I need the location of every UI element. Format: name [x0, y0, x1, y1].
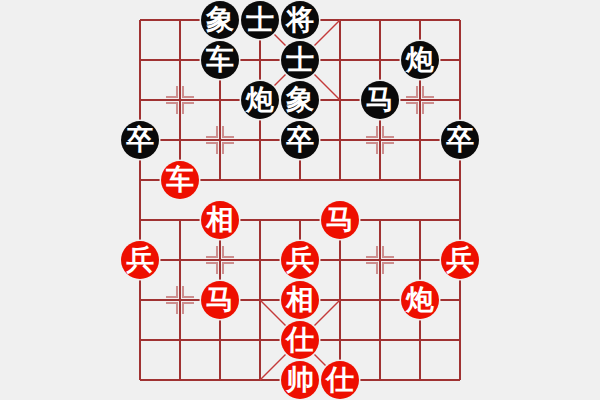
xiangqi-board: 象士将车士炮炮象马卒卒卒车相马兵兵兵马相炮仕帅仕: [0, 0, 600, 400]
piece-black-soldier[interactable]: 卒: [441, 121, 479, 159]
piece-black-advisor[interactable]: 士: [241, 1, 279, 39]
piece-red-horse[interactable]: 马: [201, 281, 239, 319]
pieces-grid: 象士将车士炮炮象马卒卒卒车相马兵兵兵马相炮仕帅仕: [120, 0, 480, 400]
piece-black-chariot[interactable]: 车: [201, 41, 239, 79]
piece-red-cannon[interactable]: 炮: [401, 281, 439, 319]
piece-black-cannon[interactable]: 炮: [401, 41, 439, 79]
point-marker: [366, 246, 394, 274]
piece-red-soldier[interactable]: 兵: [441, 241, 479, 279]
piece-red-soldier[interactable]: 兵: [281, 241, 319, 279]
piece-black-cannon[interactable]: 炮: [241, 81, 279, 119]
point-marker: [206, 246, 234, 274]
point-marker: [166, 286, 194, 314]
point-marker: [406, 86, 434, 114]
piece-red-advisor[interactable]: 仕: [321, 361, 359, 399]
piece-black-soldier[interactable]: 卒: [121, 121, 159, 159]
piece-red-elephant[interactable]: 相: [281, 281, 319, 319]
piece-red-general[interactable]: 帅: [281, 361, 319, 399]
piece-red-soldier[interactable]: 兵: [121, 241, 159, 279]
piece-black-elephant[interactable]: 象: [201, 1, 239, 39]
piece-red-chariot[interactable]: 车: [161, 161, 199, 199]
point-marker: [206, 126, 234, 154]
piece-black-soldier[interactable]: 卒: [281, 121, 319, 159]
piece-red-elephant[interactable]: 相: [201, 201, 239, 239]
piece-black-horse[interactable]: 马: [361, 81, 399, 119]
point-marker: [166, 86, 194, 114]
piece-black-elephant[interactable]: 象: [281, 81, 319, 119]
piece-red-advisor[interactable]: 仕: [281, 321, 319, 359]
point-marker: [366, 126, 394, 154]
piece-black-general[interactable]: 将: [281, 1, 319, 39]
piece-black-advisor[interactable]: 士: [281, 41, 319, 79]
piece-red-horse[interactable]: 马: [321, 201, 359, 239]
